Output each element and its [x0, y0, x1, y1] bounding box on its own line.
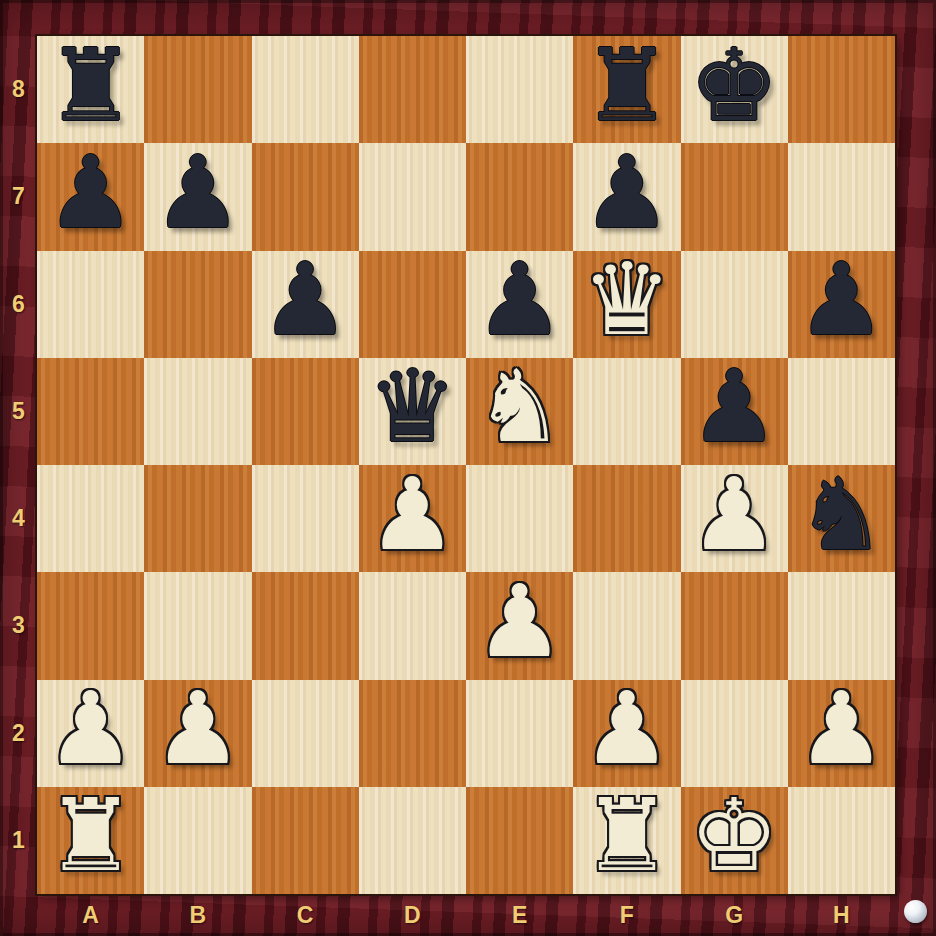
square-d4[interactable]: ♟ [359, 465, 466, 572]
square-c1[interactable] [252, 787, 359, 894]
square-b6[interactable] [144, 251, 251, 358]
file-label-d: D [359, 894, 466, 936]
white-pawn[interactable]: ♟ [689, 465, 779, 565]
white-pawn[interactable]: ♟ [153, 680, 243, 780]
square-f1[interactable]: ♜ [573, 787, 680, 894]
square-g8[interactable]: ♚ [681, 36, 788, 143]
file-labels: ABCDEFGH [37, 894, 895, 936]
square-c4[interactable] [252, 465, 359, 572]
square-c6[interactable]: ♟ [252, 251, 359, 358]
white-pawn[interactable]: ♟ [368, 465, 458, 565]
square-a1[interactable]: ♜ [37, 787, 144, 894]
square-a3[interactable] [37, 572, 144, 679]
file-label-text: C [297, 902, 314, 929]
board-frame: ♜♜♚♟♟♟♟♟♛♟♛♞♟♟♟♞♟♟♟♟♟♜♜♚ 87654321 ABCDEF… [0, 0, 936, 936]
file-label-text: A [82, 902, 99, 929]
square-b3[interactable] [144, 572, 251, 679]
rank-label-text: 8 [12, 76, 25, 103]
square-h5[interactable] [788, 358, 895, 465]
square-f6[interactable]: ♛ [573, 251, 680, 358]
square-h6[interactable]: ♟ [788, 251, 895, 358]
square-e8[interactable] [466, 36, 573, 143]
black-rook[interactable]: ♜ [46, 36, 136, 136]
square-e6[interactable]: ♟ [466, 251, 573, 358]
square-d8[interactable] [359, 36, 466, 143]
square-f8[interactable]: ♜ [573, 36, 680, 143]
square-d7[interactable] [359, 143, 466, 250]
rank-label-text: 5 [12, 398, 25, 425]
square-e5[interactable]: ♞ [466, 358, 573, 465]
white-queen[interactable]: ♛ [582, 251, 672, 351]
square-a7[interactable]: ♟ [37, 143, 144, 250]
file-label-g: G [681, 894, 788, 936]
square-d6[interactable] [359, 251, 466, 358]
rank-label-1: 1 [0, 787, 37, 894]
square-f3[interactable] [573, 572, 680, 679]
rank-label-3: 3 [0, 572, 37, 679]
white-rook[interactable]: ♜ [46, 787, 136, 887]
black-rook[interactable]: ♜ [582, 36, 672, 136]
square-b8[interactable] [144, 36, 251, 143]
square-c7[interactable] [252, 143, 359, 250]
black-pawn[interactable]: ♟ [797, 251, 887, 351]
square-c8[interactable] [252, 36, 359, 143]
square-d1[interactable] [359, 787, 466, 894]
square-g7[interactable] [681, 143, 788, 250]
white-rook[interactable]: ♜ [582, 787, 672, 887]
square-d5[interactable]: ♛ [359, 358, 466, 465]
rank-label-8: 8 [0, 36, 37, 143]
square-e7[interactable] [466, 143, 573, 250]
square-g4[interactable]: ♟ [681, 465, 788, 572]
white-pawn[interactable]: ♟ [797, 680, 887, 780]
black-king[interactable]: ♚ [689, 36, 779, 136]
white-to-move-indicator [904, 900, 927, 923]
rank-label-5: 5 [0, 358, 37, 465]
square-d3[interactable] [359, 572, 466, 679]
square-g1[interactable]: ♚ [681, 787, 788, 894]
rank-label-text: 1 [12, 827, 25, 854]
square-a6[interactable] [37, 251, 144, 358]
chess-board: ♜♜♚♟♟♟♟♟♛♟♛♞♟♟♟♞♟♟♟♟♟♜♜♚ [37, 36, 895, 894]
square-h4[interactable]: ♞ [788, 465, 895, 572]
rank-label-7: 7 [0, 143, 37, 250]
black-queen[interactable]: ♛ [368, 358, 458, 458]
black-pawn[interactable]: ♟ [153, 143, 243, 243]
square-g5[interactable]: ♟ [681, 358, 788, 465]
rank-labels: 87654321 [0, 36, 37, 894]
black-pawn[interactable]: ♟ [689, 358, 779, 458]
file-label-a: A [37, 894, 144, 936]
file-label-e: E [466, 894, 573, 936]
square-a5[interactable] [37, 358, 144, 465]
file-label-h: H [788, 894, 895, 936]
white-pawn[interactable]: ♟ [475, 572, 565, 672]
white-pawn[interactable]: ♟ [46, 680, 136, 780]
square-g3[interactable] [681, 572, 788, 679]
square-a4[interactable] [37, 465, 144, 572]
file-label-c: C [252, 894, 359, 936]
square-h8[interactable] [788, 36, 895, 143]
square-h2[interactable]: ♟ [788, 680, 895, 787]
black-knight[interactable]: ♞ [797, 465, 887, 565]
square-b4[interactable] [144, 465, 251, 572]
file-label-f: F [573, 894, 680, 936]
square-h7[interactable] [788, 143, 895, 250]
rank-label-text: 3 [12, 612, 25, 639]
square-c5[interactable] [252, 358, 359, 465]
square-f2[interactable]: ♟ [573, 680, 680, 787]
rank-label-text: 4 [12, 505, 25, 532]
square-h1[interactable] [788, 787, 895, 894]
square-b2[interactable]: ♟ [144, 680, 251, 787]
square-a8[interactable]: ♜ [37, 36, 144, 143]
square-e3[interactable]: ♟ [466, 572, 573, 679]
file-label-text: E [512, 902, 527, 929]
square-e2[interactable] [466, 680, 573, 787]
rank-label-text: 2 [12, 720, 25, 747]
rank-label-text: 6 [12, 291, 25, 318]
square-b5[interactable] [144, 358, 251, 465]
file-label-b: B [144, 894, 251, 936]
square-e1[interactable] [466, 787, 573, 894]
square-h3[interactable] [788, 572, 895, 679]
white-knight[interactable]: ♞ [475, 358, 565, 458]
square-e4[interactable] [466, 465, 573, 572]
black-pawn[interactable]: ♟ [46, 143, 136, 243]
file-label-text: D [404, 902, 421, 929]
square-f5[interactable] [573, 358, 680, 465]
square-c3[interactable] [252, 572, 359, 679]
square-g6[interactable] [681, 251, 788, 358]
rank-label-6: 6 [0, 251, 37, 358]
black-pawn[interactable]: ♟ [475, 251, 565, 351]
white-pawn[interactable]: ♟ [582, 680, 672, 780]
black-pawn[interactable]: ♟ [582, 143, 672, 243]
square-d2[interactable] [359, 680, 466, 787]
file-label-text: G [725, 902, 743, 929]
square-f7[interactable]: ♟ [573, 143, 680, 250]
square-b7[interactable]: ♟ [144, 143, 251, 250]
rank-label-text: 7 [12, 183, 25, 210]
square-b1[interactable] [144, 787, 251, 894]
black-pawn[interactable]: ♟ [260, 251, 350, 351]
file-label-text: F [620, 902, 634, 929]
square-g2[interactable] [681, 680, 788, 787]
square-f4[interactable] [573, 465, 680, 572]
file-label-text: B [190, 902, 207, 929]
rank-label-2: 2 [0, 680, 37, 787]
square-a2[interactable]: ♟ [37, 680, 144, 787]
file-label-text: H [833, 902, 850, 929]
white-king[interactable]: ♚ [689, 787, 779, 887]
rank-label-4: 4 [0, 465, 37, 572]
square-c2[interactable] [252, 680, 359, 787]
